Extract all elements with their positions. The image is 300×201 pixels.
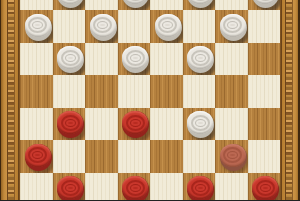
dark-square-r1c6[interactable] bbox=[215, 10, 248, 43]
board-frame-right bbox=[280, 0, 300, 200]
dark-square-r3c4[interactable] bbox=[150, 75, 183, 108]
red-checker[interactable] bbox=[57, 111, 84, 138]
dark-square-r5c6[interactable] bbox=[215, 140, 248, 173]
white-checker[interactable] bbox=[187, 111, 214, 138]
dark-square-r6c7[interactable] bbox=[248, 173, 281, 201]
light-square-r2c6 bbox=[215, 43, 248, 76]
checker-top-face bbox=[57, 0, 83, 4]
dark-square-r0c3[interactable] bbox=[118, 0, 151, 10]
checker-top-face bbox=[252, 0, 278, 4]
light-square-r5c3 bbox=[118, 140, 151, 173]
light-square-r1c1 bbox=[53, 10, 86, 43]
dark-square-r1c0[interactable] bbox=[20, 10, 53, 43]
frame-rope-carving-right bbox=[285, 0, 293, 200]
checker-ring bbox=[35, 24, 40, 26]
checker-top-face bbox=[187, 0, 213, 4]
checker-top-face bbox=[90, 14, 116, 37]
red-checker[interactable] bbox=[187, 176, 214, 200]
checker-top-face bbox=[187, 176, 213, 199]
checker-top-face bbox=[187, 46, 213, 69]
checker-ring bbox=[68, 187, 73, 189]
checker-top-face bbox=[220, 144, 246, 167]
light-square-r3c7 bbox=[248, 75, 281, 108]
light-square-r6c2 bbox=[85, 173, 118, 201]
checker-top-face bbox=[25, 14, 51, 37]
checker-ring bbox=[133, 122, 138, 124]
checker-ring bbox=[256, 0, 275, 1]
red-checker[interactable] bbox=[57, 176, 84, 200]
checker-ring bbox=[68, 57, 73, 59]
light-square-r5c7 bbox=[248, 140, 281, 173]
dark-square-r0c1[interactable] bbox=[53, 0, 86, 10]
dark-square-r6c1[interactable] bbox=[53, 173, 86, 201]
checker-ring bbox=[230, 24, 235, 26]
white-checker[interactable] bbox=[25, 14, 52, 41]
frame-rope-carving-left bbox=[7, 0, 15, 200]
checkers-game-screen bbox=[0, 0, 300, 200]
checker-top-face bbox=[220, 14, 246, 37]
checker-ring bbox=[126, 0, 145, 1]
white-checker[interactable] bbox=[155, 14, 182, 41]
checker-top-face bbox=[155, 14, 181, 37]
dark-square-r0c7[interactable] bbox=[248, 0, 281, 10]
red-checker-faded[interactable] bbox=[220, 144, 247, 171]
checker-ring bbox=[133, 57, 138, 59]
light-square-r6c0 bbox=[20, 173, 53, 201]
dark-square-r4c7[interactable] bbox=[248, 108, 281, 141]
checker-ring bbox=[100, 24, 105, 26]
light-square-r3c5 bbox=[183, 75, 216, 108]
checker-top-face bbox=[25, 144, 51, 167]
white-checker[interactable] bbox=[252, 0, 279, 8]
light-square-r4c4 bbox=[150, 108, 183, 141]
dark-square-r2c7[interactable] bbox=[248, 43, 281, 76]
checker-top-face bbox=[252, 176, 278, 199]
white-checker[interactable] bbox=[187, 46, 214, 73]
checkers-board bbox=[20, 0, 280, 200]
light-square-r5c5 bbox=[183, 140, 216, 173]
dark-square-r5c4[interactable] bbox=[150, 140, 183, 173]
checker-top-face bbox=[57, 46, 83, 69]
board-frame-left bbox=[0, 0, 20, 200]
checker-top-face bbox=[122, 0, 148, 4]
checker-ring bbox=[263, 187, 268, 189]
light-square-r6c4 bbox=[150, 173, 183, 201]
light-square-r1c3 bbox=[118, 10, 151, 43]
checker-top-face bbox=[122, 46, 148, 69]
checker-ring bbox=[165, 24, 170, 26]
white-checker[interactable] bbox=[122, 0, 149, 8]
dark-square-r4c5[interactable] bbox=[183, 108, 216, 141]
checker-ring bbox=[133, 187, 138, 189]
white-checker[interactable] bbox=[122, 46, 149, 73]
dark-square-r6c5[interactable] bbox=[183, 173, 216, 201]
checker-ring bbox=[61, 0, 80, 1]
white-checker[interactable] bbox=[90, 14, 117, 41]
light-square-r4c2 bbox=[85, 108, 118, 141]
light-square-r0c0 bbox=[20, 0, 53, 10]
checker-ring bbox=[68, 122, 73, 124]
dark-square-r2c1[interactable] bbox=[53, 43, 86, 76]
light-square-r2c4 bbox=[150, 43, 183, 76]
dark-square-r3c6[interactable] bbox=[215, 75, 248, 108]
red-checker[interactable] bbox=[122, 176, 149, 200]
light-square-r0c6 bbox=[215, 0, 248, 10]
checker-top-face bbox=[187, 111, 213, 134]
dark-square-r1c2[interactable] bbox=[85, 10, 118, 43]
dark-square-r3c2[interactable] bbox=[85, 75, 118, 108]
dark-square-r1c4[interactable] bbox=[150, 10, 183, 43]
checker-ring bbox=[198, 57, 203, 59]
dark-square-r4c1[interactable] bbox=[53, 108, 86, 141]
checker-ring bbox=[230, 154, 235, 156]
light-square-r0c2 bbox=[85, 0, 118, 10]
checker-ring bbox=[191, 0, 210, 1]
light-square-r1c5 bbox=[183, 10, 216, 43]
red-checker[interactable] bbox=[252, 176, 279, 200]
light-square-r4c6 bbox=[215, 108, 248, 141]
dark-square-r0c5[interactable] bbox=[183, 0, 216, 10]
light-square-r2c0 bbox=[20, 43, 53, 76]
checker-top-face bbox=[122, 176, 148, 199]
light-square-r2c2 bbox=[85, 43, 118, 76]
checker-top-face bbox=[57, 111, 83, 134]
red-checker[interactable] bbox=[122, 111, 149, 138]
checker-top-face bbox=[122, 111, 148, 134]
checker-ring bbox=[198, 122, 203, 124]
light-square-r0c4 bbox=[150, 0, 183, 10]
dark-square-r6c3[interactable] bbox=[118, 173, 151, 201]
dark-square-r2c5[interactable] bbox=[183, 43, 216, 76]
checker-top-face bbox=[57, 176, 83, 199]
dark-square-r2c3[interactable] bbox=[118, 43, 151, 76]
white-checker[interactable] bbox=[57, 46, 84, 73]
white-checker[interactable] bbox=[220, 14, 247, 41]
checker-ring bbox=[198, 187, 203, 189]
dark-square-r4c3[interactable] bbox=[118, 108, 151, 141]
red-checker[interactable] bbox=[25, 144, 52, 171]
light-square-r3c1 bbox=[53, 75, 86, 108]
light-square-r3c3 bbox=[118, 75, 151, 108]
light-square-r1c7 bbox=[248, 10, 281, 43]
light-square-r4c0 bbox=[20, 108, 53, 141]
white-checker[interactable] bbox=[57, 0, 84, 8]
light-square-r5c1 bbox=[53, 140, 86, 173]
checker-ring bbox=[35, 154, 40, 156]
light-square-r6c6 bbox=[215, 173, 248, 201]
dark-square-r3c0[interactable] bbox=[20, 75, 53, 108]
dark-square-r5c0[interactable] bbox=[20, 140, 53, 173]
dark-square-r5c2[interactable] bbox=[85, 140, 118, 173]
white-checker[interactable] bbox=[187, 0, 214, 8]
